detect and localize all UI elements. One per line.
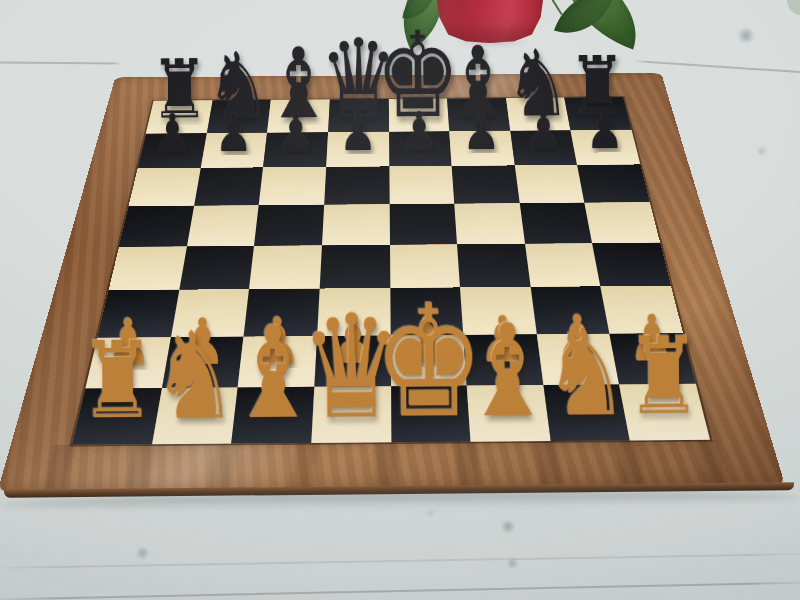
square-b6[interactable] (194, 168, 263, 206)
square-d5[interactable] (322, 204, 390, 245)
black-pawn[interactable]: ♟ (462, 104, 500, 157)
square-b5[interactable] (187, 205, 259, 246)
square-c5[interactable] (254, 205, 324, 246)
board-squares: ♜♞♝♛♚♝♞♜♟♟♟♟♟♟♟♟♟♟♟♟♟♟♟♟♜♞♝♛♚♝♞♜ (72, 97, 710, 445)
black-pawn[interactable]: ♟ (153, 107, 191, 160)
square-d6[interactable] (324, 167, 389, 205)
black-pawn[interactable]: ♟ (524, 104, 562, 157)
black-pawn[interactable]: ♟ (277, 106, 315, 159)
scene: ♜♞♝♛♚♝♞♜♟♟♟♟♟♟♟♟♟♟♟♟♟♟♟♟♜♞♝♛♚♝♞♜ (0, 0, 800, 600)
square-a1[interactable]: ♜ (72, 388, 162, 445)
square-a4[interactable] (109, 246, 187, 290)
square-c4[interactable] (249, 245, 322, 289)
square-e7[interactable]: ♟ (389, 131, 452, 166)
square-f7[interactable]: ♟ (449, 131, 514, 166)
white-knight[interactable]: ♞ (542, 313, 629, 434)
white-rook[interactable]: ♜ (625, 324, 702, 431)
square-a7[interactable]: ♟ (138, 133, 207, 169)
square-b4[interactable] (179, 246, 254, 290)
square-c6[interactable] (259, 167, 326, 205)
square-c7[interactable]: ♟ (263, 132, 328, 167)
black-pawn[interactable]: ♟ (215, 106, 253, 159)
square-g6[interactable] (515, 165, 585, 203)
white-rook[interactable]: ♜ (79, 328, 156, 435)
black-pawn[interactable]: ♟ (400, 105, 438, 158)
square-h7[interactable]: ♟ (571, 130, 641, 165)
board-perspective: ♜♞♝♛♚♝♞♜♟♟♟♟♟♟♟♟♟♟♟♟♟♟♟♟♜♞♝♛♚♝♞♜ (0, 0, 800, 600)
square-d7[interactable]: ♟ (326, 132, 389, 167)
square-e5[interactable] (389, 204, 457, 245)
square-h5[interactable] (585, 202, 660, 243)
square-g5[interactable] (519, 203, 592, 244)
square-e6[interactable] (389, 166, 454, 204)
square-b1[interactable]: ♞ (152, 388, 238, 444)
square-g7[interactable]: ♟ (510, 130, 577, 165)
square-h1[interactable]: ♜ (620, 384, 710, 440)
white-bishop[interactable]: ♝ (462, 307, 554, 435)
square-h6[interactable] (577, 165, 649, 203)
square-a6[interactable] (129, 168, 201, 206)
black-pawn[interactable]: ♟ (339, 105, 377, 158)
square-h4[interactable] (592, 242, 671, 286)
square-b7[interactable]: ♟ (200, 133, 267, 169)
black-pawn[interactable]: ♟ (586, 103, 624, 156)
chess-board: ♜♞♝♛♚♝♞♜♟♟♟♟♟♟♟♟♟♟♟♟♟♟♟♟♜♞♝♛♚♝♞♜ (0, 73, 785, 492)
square-f6[interactable] (452, 166, 520, 204)
square-f5[interactable] (454, 203, 524, 244)
square-e1[interactable]: ♚ (391, 386, 471, 442)
square-a5[interactable] (119, 206, 194, 247)
square-f1[interactable]: ♝ (467, 385, 551, 441)
white-knight[interactable]: ♞ (152, 316, 239, 437)
square-g1[interactable]: ♞ (543, 385, 630, 441)
square-g4[interactable] (525, 243, 601, 287)
